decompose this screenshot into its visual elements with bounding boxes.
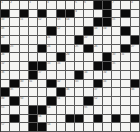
black-cell-r2c14 [121,10,130,19]
white-cell-r6c11[interactable]: 26 [94,45,103,54]
black-cell-r6c5 [38,45,47,54]
black-cell-r14c13 [112,115,121,124]
white-cell-r13c7[interactable] [57,106,66,115]
white-cell-r5c7[interactable] [57,36,66,45]
white-cell-r8c3[interactable] [20,62,29,71]
white-cell-r2c10[interactable] [84,10,93,19]
clue-number: 22 [84,35,87,39]
clue-number: 45 [10,87,13,91]
white-cell-r6c4[interactable] [29,45,38,54]
clue-number: 2 [10,0,12,4]
black-cell-r15c4 [29,123,38,132]
white-cell-r3c1[interactable]: 10 [1,18,10,27]
white-cell-r11c12[interactable] [103,88,112,97]
clue-number: 37 [38,70,41,74]
white-cell-r4c9[interactable] [75,27,84,36]
white-cell-r10c1[interactable] [1,80,10,89]
white-cell-r9c1[interactable]: 36 [1,71,10,80]
white-cell-r6c13[interactable] [112,45,121,54]
white-cell-r9c10[interactable]: 38 [84,71,93,80]
clue-number: 19 [103,26,106,30]
black-cell-r3c12 [103,18,112,27]
clue-number: 32 [1,61,4,65]
white-cell-r1c8[interactable] [66,1,75,10]
clue-number: 14 [66,17,69,21]
black-cell-r14c4 [29,115,38,124]
clue-number: 55 [84,105,87,109]
black-cell-r2c12 [103,10,112,19]
clue-number: 21 [47,35,50,39]
white-cell-r10c13[interactable] [112,80,121,89]
white-cell-r9c2[interactable] [10,71,19,80]
white-cell-r9c5[interactable]: 37 [38,71,47,80]
white-cell-r15c15[interactable] [131,123,140,132]
clue-number: 53 [1,105,4,109]
white-cell-r10c5[interactable] [38,80,47,89]
black-cell-r15c5 [38,123,47,132]
black-cell-r4c14 [121,27,130,36]
white-cell-r7c8[interactable]: 29 [66,53,75,62]
white-cell-r13c13[interactable] [112,106,121,115]
black-cell-r14c2 [10,115,19,124]
white-cell-r12c12[interactable] [103,97,112,106]
clue-number: 44 [103,79,106,83]
white-cell-r7c2[interactable] [10,53,19,62]
white-cell-r11c5[interactable] [38,88,47,97]
clue-number: 26 [94,44,97,48]
black-cell-r7c12 [103,53,112,62]
white-cell-r5c13[interactable] [112,36,121,45]
white-cell-r2c6[interactable] [47,10,56,19]
white-cell-r7c10[interactable] [84,53,93,62]
white-cell-r11c2[interactable]: 45 [10,88,19,97]
white-cell-r10c9[interactable]: 43 [75,80,84,89]
black-cell-r1c12 [103,1,112,10]
black-cell-r9c9 [75,71,84,80]
black-cell-r2c7 [57,10,66,19]
clue-number: 20 [1,35,4,39]
white-cell-r2c2[interactable] [10,10,19,19]
white-cell-r4c1[interactable]: 16 [1,27,10,36]
white-cell-r7c11[interactable] [94,53,103,62]
white-cell-r15c10[interactable] [84,123,93,132]
white-cell-r14c10[interactable] [84,115,93,124]
white-cell-r13c9[interactable] [75,106,84,115]
black-cell-r14c15 [131,115,140,124]
white-cell-r8c8[interactable] [66,62,75,71]
white-cell-r7c9[interactable] [75,53,84,62]
white-cell-r1c13[interactable]: 7 [112,1,121,10]
white-cell-r3c14[interactable] [121,18,130,27]
clue-number: 15 [112,17,115,21]
white-cell-r10c3[interactable]: 40 [20,80,29,89]
black-cell-r2c5 [38,10,47,19]
white-cell-r15c11[interactable] [94,123,103,132]
white-cell-r9c11[interactable] [94,71,103,80]
white-cell-r10c4[interactable]: 41 [29,80,38,89]
white-cell-r6c7[interactable] [57,45,66,54]
clue-number: 43 [75,79,78,83]
white-cell-r15c9[interactable] [75,123,84,132]
black-cell-r5c9 [75,36,84,45]
white-cell-r5c1[interactable]: 20 [1,36,10,45]
clue-number: 7 [112,0,114,4]
black-cell-r12c2 [10,97,19,106]
white-cell-r1c4[interactable]: 3 [29,1,38,10]
white-cell-r4c12[interactable]: 19 [103,27,112,36]
white-cell-r14c14[interactable] [121,115,130,124]
clue-number: 13 [57,17,60,21]
black-cell-r7c7 [57,53,66,62]
white-cell-r10c12[interactable]: 44 [103,80,112,89]
black-cell-r8c11 [94,62,103,71]
white-cell-r5c14[interactable] [121,36,130,45]
white-cell-r11c8[interactable]: 46 [66,88,75,97]
white-cell-r14c7[interactable] [57,115,66,124]
clue-number: 56 [38,114,41,118]
white-cell-r4c13[interactable] [112,27,121,36]
white-cell-r9c6[interactable] [47,71,56,80]
white-cell-r15c3[interactable] [20,123,29,132]
clue-number: 48 [131,87,134,91]
white-cell-r4c7[interactable]: 17 [57,27,66,36]
clue-number: 27 [131,44,134,48]
white-cell-r6c9[interactable]: 25 [75,45,84,54]
white-cell-r12c8[interactable] [66,97,75,106]
clue-number: 40 [20,79,23,83]
white-cell-r4c4[interactable] [29,27,38,36]
black-cell-r5c15 [131,36,140,45]
black-cell-r2c3 [20,10,29,19]
white-cell-r3c13[interactable]: 15 [112,18,121,27]
white-cell-r13c10[interactable]: 55 [84,106,93,115]
white-cell-r13c3[interactable] [20,106,29,115]
black-cell-r8c4 [29,62,38,71]
clue-number: 9 [75,9,77,13]
white-cell-r4c5[interactable] [38,27,47,36]
clue-number: 6 [84,0,86,4]
white-cell-r7c5[interactable] [38,53,47,62]
white-cell-r15c13[interactable] [112,123,121,132]
white-cell-r14c1[interactable] [1,115,10,124]
white-cell-r7c14[interactable]: 31 [121,53,130,62]
white-cell-r15c7[interactable] [57,123,66,132]
white-cell-r3c8[interactable]: 14 [66,18,75,27]
white-cell-r11c3[interactable] [20,88,29,97]
white-cell-r8c7[interactable]: 34 [57,62,66,71]
black-cell-r9c4 [29,71,38,80]
white-cell-r1c9[interactable]: 5 [75,1,84,10]
white-cell-r12c15[interactable] [131,97,140,106]
clue-number: 49 [1,96,4,100]
clue-number: 3 [29,0,31,4]
clue-number: 30 [112,52,115,56]
clue-number: 58 [47,122,50,126]
white-cell-r9c12[interactable]: 39 [103,71,112,80]
white-cell-r10c8[interactable] [66,80,75,89]
clue-number: 4 [47,0,49,4]
white-cell-r3c15[interactable] [131,18,140,27]
black-cell-r6c1 [1,45,10,54]
black-cell-r14c8 [66,115,75,124]
white-cell-r9c7[interactable] [57,71,66,80]
white-cell-r2c15[interactable] [131,10,140,19]
white-cell-r1c3[interactable] [20,1,29,10]
clue-number: 29 [66,52,69,56]
white-cell-r12c3[interactable]: 50 [20,97,29,106]
black-cell-r1c11 [94,1,103,10]
clue-number: 51 [57,96,60,100]
white-cell-r1c1[interactable]: 1 [1,1,10,10]
black-cell-r2c1 [1,10,10,19]
white-cell-r4c3[interactable] [20,27,29,36]
white-cell-r8c1[interactable]: 32 [1,62,10,71]
white-cell-r13c15[interactable] [131,106,140,115]
white-cell-r8c13[interactable]: 35 [112,62,121,71]
white-cell-r5c11[interactable] [94,36,103,45]
white-cell-r3c2[interactable] [10,18,19,27]
clue-number: 47 [94,87,97,91]
white-cell-r4c15[interactable] [131,27,140,36]
white-cell-r13c12[interactable] [103,106,112,115]
black-cell-r14c9 [75,115,84,124]
black-cell-r11c1 [1,88,10,97]
clue-number: 23 [10,44,13,48]
clue-number: 11 [20,17,23,21]
black-cell-r10c6 [47,80,56,89]
black-cell-r3c11 [94,18,103,27]
white-cell-r2c11[interactable] [94,10,103,19]
white-cell-r5c10[interactable]: 22 [84,36,93,45]
white-cell-r15c12[interactable] [103,123,112,132]
clue-number: 52 [94,96,97,100]
clue-number: 35 [112,61,115,65]
black-cell-r13c5 [38,106,47,115]
white-cell-r1c2[interactable]: 2 [10,1,19,10]
black-cell-r4c10 [84,27,93,36]
white-cell-r8c14[interactable] [121,62,130,71]
white-cell-r5c5[interactable] [38,36,47,45]
clue-number: 46 [66,87,69,91]
black-cell-r2c8 [66,10,75,19]
white-cell-r7c1[interactable]: 28 [1,53,10,62]
black-cell-r6c14 [121,45,130,54]
white-cell-r11c13[interactable] [112,88,121,97]
black-cell-r4c6 [47,27,56,36]
white-cell-r4c11[interactable]: 18 [94,27,103,36]
clue-number: 54 [47,105,50,109]
black-cell-r13c4 [29,106,38,115]
black-cell-r10c11 [94,80,103,89]
white-cell-r8c15[interactable] [131,62,140,71]
white-cell-r2c4[interactable] [29,10,38,19]
white-cell-r1c7[interactable] [57,1,66,10]
white-cell-r12c13[interactable] [112,97,121,106]
clue-number: 25 [75,44,78,48]
clue-number: 28 [1,52,4,56]
white-cell-r1c6[interactable]: 4 [47,1,56,10]
white-cell-r3c5[interactable]: 12 [38,18,47,27]
white-cell-r6c12[interactable] [103,45,112,54]
white-cell-r8c2[interactable] [10,62,19,71]
white-cell-r15c8[interactable] [66,123,75,132]
white-cell-r11c15[interactable]: 48 [131,88,140,97]
clue-number: 1 [1,0,3,4]
white-cell-r11c6[interactable] [47,88,56,97]
white-cell-r15c14[interactable] [121,123,130,132]
white-cell-r15c1[interactable]: 57 [1,123,10,132]
white-cell-r6c15[interactable]: 27 [131,45,140,54]
black-cell-r14c11 [94,115,103,124]
white-cell-r6c6[interactable]: 24 [47,45,56,54]
white-cell-r5c8[interactable] [66,36,75,45]
white-cell-r13c8[interactable] [66,106,75,115]
white-cell-r14c12[interactable] [103,115,112,124]
white-cell-r1c15[interactable]: 8 [131,1,140,10]
white-cell-r12c11[interactable]: 52 [94,97,103,106]
white-cell-r11c10[interactable] [84,88,93,97]
white-cell-r6c2[interactable]: 23 [10,45,19,54]
white-cell-r7c4[interactable] [29,53,38,62]
white-cell-r12c4[interactable] [29,97,38,106]
white-cell-r3c7[interactable]: 13 [57,18,66,27]
clue-number: 41 [29,79,32,83]
black-cell-r12c10 [84,97,93,106]
white-cell-r12c14[interactable] [121,97,130,106]
white-cell-r12c1[interactable]: 49 [1,97,10,106]
white-cell-r5c12[interactable] [103,36,112,45]
clue-number: 38 [84,70,87,74]
clue-number: 8 [131,0,133,4]
white-cell-r6c3[interactable] [20,45,29,54]
clue-number: 36 [1,70,4,74]
clue-number: 39 [103,70,106,74]
white-cell-r8c6[interactable]: 33 [47,62,56,71]
white-cell-r9c8[interactable] [66,71,75,80]
white-cell-r14c6[interactable] [47,115,56,124]
clue-number: 57 [1,122,4,126]
white-cell-r6c8[interactable] [66,45,75,54]
white-cell-r13c11[interactable] [94,106,103,115]
white-cell-r12c9[interactable] [75,97,84,106]
clue-number: 24 [47,44,50,48]
white-cell-r11c14[interactable] [121,88,130,97]
black-cell-r12c6 [47,97,56,106]
white-cell-r12c7[interactable]: 51 [57,97,66,106]
white-cell-r14c5[interactable]: 56 [38,115,47,124]
white-cell-r7c15[interactable] [131,53,140,62]
white-cell-r9c15[interactable] [131,71,140,80]
white-cell-r5c4[interactable] [29,36,38,45]
black-cell-r8c5 [38,62,47,71]
clue-number: 50 [20,96,23,100]
white-cell-r11c4[interactable] [29,88,38,97]
white-cell-r2c9[interactable]: 9 [75,10,84,19]
white-cell-r7c13[interactable]: 30 [112,53,121,62]
white-cell-r9c14[interactable] [121,71,130,80]
white-cell-r10c7[interactable]: 42 [57,80,66,89]
white-cell-r10c14[interactable] [121,80,130,89]
white-cell-r8c9[interactable] [75,62,84,71]
clue-number: 12 [38,17,41,21]
white-cell-r14c3[interactable] [20,115,29,124]
white-cell-r5c3[interactable] [20,36,29,45]
white-cell-r12c5[interactable] [38,97,47,106]
white-cell-r7c6[interactable] [47,53,56,62]
white-cell-r9c13[interactable] [112,71,121,80]
white-cell-r3c4[interactable] [29,18,38,27]
white-cell-r3c3[interactable]: 11 [20,18,29,27]
clue-number: 17 [57,26,60,30]
white-cell-r10c10[interactable] [84,80,93,89]
white-cell-r13c6[interactable]: 54 [47,106,56,115]
white-cell-r13c2[interactable] [10,106,19,115]
white-cell-r3c6[interactable] [47,18,56,27]
black-cell-r10c15 [131,80,140,89]
black-cell-r11c7 [57,88,66,97]
clue-number: 33 [47,61,50,65]
white-cell-r3c10[interactable] [84,18,93,27]
white-cell-r5c6[interactable]: 21 [47,36,56,45]
white-cell-r15c6[interactable]: 58 [47,123,56,132]
white-cell-r1c5[interactable] [38,1,47,10]
clue-number: 10 [1,17,4,21]
clue-number: 18 [94,26,97,30]
white-cell-r1c14[interactable] [121,1,130,10]
black-cell-r6c10 [84,45,93,54]
white-cell-r3c9[interactable] [75,18,84,27]
clue-number: 42 [57,79,60,83]
crossword-page: 1234567891011121314151617181920212223242… [0,0,140,132]
crossword-grid: 1234567891011121314151617181920212223242… [0,0,140,132]
clue-number: 5 [75,0,77,4]
white-cell-r13c1[interactable]: 53 [1,106,10,115]
white-cell-r13c14[interactable] [121,106,130,115]
clue-number: 34 [57,61,60,65]
white-cell-r7c3[interactable] [20,53,29,62]
white-cell-r2c13[interactable] [112,10,121,19]
clue-number: 16 [1,26,4,30]
white-cell-r5c2[interactable] [10,36,19,45]
white-cell-r4c2[interactable] [10,27,19,36]
white-cell-r8c10[interactable] [84,62,93,71]
white-cell-r1c10[interactable]: 6 [84,1,93,10]
white-cell-r9c3[interactable] [20,71,29,80]
white-cell-r11c9[interactable] [75,88,84,97]
white-cell-r11c11[interactable]: 47 [94,88,103,97]
clue-number: 31 [121,52,124,56]
white-cell-r15c2[interactable] [10,123,19,132]
white-cell-r4c8[interactable] [66,27,75,36]
black-cell-r10c2 [10,80,19,89]
black-cell-r8c12 [103,62,112,71]
